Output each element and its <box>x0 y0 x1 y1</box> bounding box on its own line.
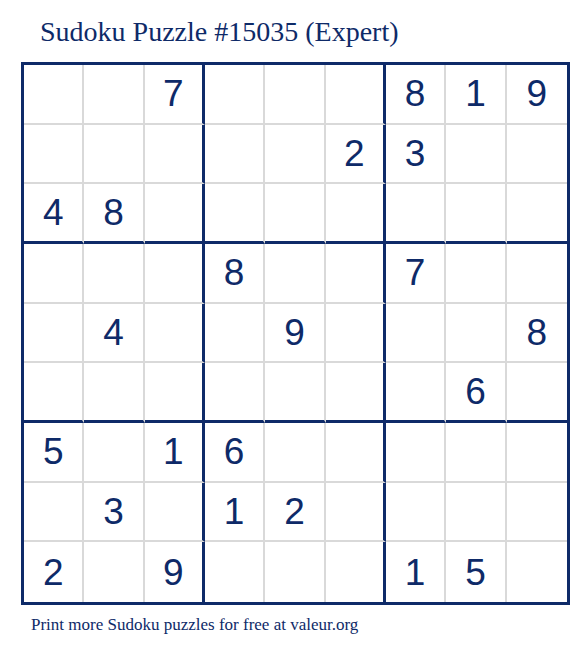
cell-r6c7 <box>386 363 446 423</box>
cell-r3c8 <box>446 184 506 244</box>
cell-r3c6 <box>326 184 386 244</box>
cell-r7c6 <box>326 423 386 483</box>
footer-text: Print more Sudoku puzzles for free at va… <box>31 615 358 635</box>
cell-r3c3 <box>145 184 205 244</box>
cell-r1c1 <box>24 65 84 125</box>
cell-r6c8: 6 <box>446 363 506 423</box>
cell-r7c7 <box>386 423 446 483</box>
cell-r4c3 <box>145 244 205 304</box>
cell-r6c3 <box>145 363 205 423</box>
cell-r1c2 <box>84 65 144 125</box>
cell-r5c8 <box>446 304 506 364</box>
cell-r1c8: 1 <box>446 65 506 125</box>
cell-r8c3 <box>145 483 205 543</box>
cell-r2c5 <box>265 125 325 185</box>
cell-r5c5: 9 <box>265 304 325 364</box>
sudoku-board: 781923488749865163122915 <box>21 62 570 605</box>
cell-r8c8 <box>446 483 506 543</box>
cell-r6c9 <box>507 363 567 423</box>
cell-r4c8 <box>446 244 506 304</box>
cell-r1c3: 7 <box>145 65 205 125</box>
cell-r5c4 <box>205 304 265 364</box>
cell-r5c2: 4 <box>84 304 144 364</box>
page-title: Sudoku Puzzle #15035 (Expert) <box>0 0 580 49</box>
cell-r9c6 <box>326 542 386 602</box>
cell-r4c5 <box>265 244 325 304</box>
cell-r2c7: 3 <box>386 125 446 185</box>
cell-r4c6 <box>326 244 386 304</box>
cell-r7c5 <box>265 423 325 483</box>
cell-r2c1 <box>24 125 84 185</box>
cell-r2c8 <box>446 125 506 185</box>
cell-r5c3 <box>145 304 205 364</box>
cell-r7c2 <box>84 423 144 483</box>
cell-r1c5 <box>265 65 325 125</box>
cell-r3c5 <box>265 184 325 244</box>
cell-r6c4 <box>205 363 265 423</box>
cell-r9c4 <box>205 542 265 602</box>
cell-r7c9 <box>507 423 567 483</box>
cell-r7c4: 6 <box>205 423 265 483</box>
cell-r6c5 <box>265 363 325 423</box>
cell-r8c7 <box>386 483 446 543</box>
cell-r1c7: 8 <box>386 65 446 125</box>
cell-r1c9: 9 <box>507 65 567 125</box>
cell-r3c9 <box>507 184 567 244</box>
cell-r8c2: 3 <box>84 483 144 543</box>
cell-r4c7: 7 <box>386 244 446 304</box>
cell-r1c4 <box>205 65 265 125</box>
cell-r2c9 <box>507 125 567 185</box>
cell-r6c1 <box>24 363 84 423</box>
cell-r2c4 <box>205 125 265 185</box>
cell-r8c9 <box>507 483 567 543</box>
cell-r6c6 <box>326 363 386 423</box>
cell-r3c4 <box>205 184 265 244</box>
cell-r7c8 <box>446 423 506 483</box>
cell-r3c7 <box>386 184 446 244</box>
cell-r7c1: 5 <box>24 423 84 483</box>
cell-r4c1 <box>24 244 84 304</box>
cell-r5c1 <box>24 304 84 364</box>
cell-r4c9 <box>507 244 567 304</box>
cell-r9c8: 5 <box>446 542 506 602</box>
cell-r8c5: 2 <box>265 483 325 543</box>
cell-r9c3: 9 <box>145 542 205 602</box>
cell-r4c4: 8 <box>205 244 265 304</box>
cell-r6c2 <box>84 363 144 423</box>
cell-r2c6: 2 <box>326 125 386 185</box>
sudoku-page: Sudoku Puzzle #15035 (Expert) 7819234887… <box>0 0 580 651</box>
cell-r9c9 <box>507 542 567 602</box>
cell-r4c2 <box>84 244 144 304</box>
cell-r1c6 <box>326 65 386 125</box>
cell-r3c2: 8 <box>84 184 144 244</box>
cell-r2c3 <box>145 125 205 185</box>
cell-r9c2 <box>84 542 144 602</box>
cell-r8c1 <box>24 483 84 543</box>
cell-r5c7 <box>386 304 446 364</box>
cell-r8c4: 1 <box>205 483 265 543</box>
cell-r9c5 <box>265 542 325 602</box>
cell-r7c3: 1 <box>145 423 205 483</box>
cell-r5c6 <box>326 304 386 364</box>
cell-r9c7: 1 <box>386 542 446 602</box>
cell-r2c2 <box>84 125 144 185</box>
cell-r5c9: 8 <box>507 304 567 364</box>
cell-r8c6 <box>326 483 386 543</box>
cell-r9c1: 2 <box>24 542 84 602</box>
cell-r3c1: 4 <box>24 184 84 244</box>
